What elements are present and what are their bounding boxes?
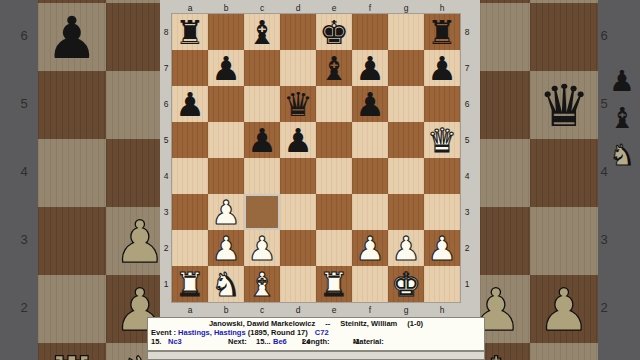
panel-footer	[148, 352, 484, 359]
square-f2: ♟	[352, 230, 388, 266]
square-h8: ♜	[424, 14, 460, 50]
file-labels-bottom: abcdefgh	[172, 305, 460, 315]
bg-rank-label-3: 3	[17, 232, 31, 247]
square-e8: ♚	[316, 14, 352, 50]
rank-label-6: 6	[160, 86, 172, 122]
bg-piece-black-q-h5: ♛	[530, 71, 598, 139]
square-e2	[316, 230, 352, 266]
bg-piece-white-r-a1: ♜	[38, 343, 106, 360]
square-f6: ♟	[352, 86, 388, 122]
piece-white-p-h2: ♟	[424, 230, 460, 266]
bg-square-b6	[106, 3, 160, 71]
square-b8	[208, 14, 244, 50]
square-h6	[424, 86, 460, 122]
file-label-h: h	[424, 3, 460, 13]
event-detail: (1895, Round 17)	[248, 328, 308, 337]
square-g7	[388, 50, 424, 86]
players-separator: --	[325, 319, 330, 328]
square-c8: ♝	[244, 14, 280, 50]
bg-piece-white-p-g2: ♟	[480, 275, 530, 343]
square-a5	[172, 122, 208, 158]
bg-square-h3	[530, 207, 598, 275]
eco-code: C72	[315, 328, 329, 337]
file-label-c: c	[244, 305, 280, 315]
rank-label-2: 2	[160, 230, 172, 266]
bg-rank-label-6: 6	[17, 28, 31, 43]
file-label-b: b	[208, 305, 244, 315]
file-label-d: d	[280, 305, 316, 315]
bg-square-g6	[480, 3, 530, 71]
file-label-f: f	[352, 305, 388, 315]
piece-white-p-g2: ♟	[388, 230, 424, 266]
bg-square-h1	[530, 343, 598, 360]
square-f3	[352, 194, 388, 230]
bg-square-a4	[38, 139, 106, 207]
rank-label-3: 3	[460, 194, 474, 230]
square-b1: ♞	[208, 266, 244, 302]
bg-square-a1: ♜	[38, 343, 106, 360]
square-d8	[280, 14, 316, 50]
piece-black-r-h8: ♜	[424, 14, 460, 50]
square-e7: ♝	[316, 50, 352, 86]
bg-rank-label-4: 4	[17, 164, 31, 179]
file-label-e: e	[316, 305, 352, 315]
square-d6: ♛	[280, 86, 316, 122]
piece-black-q-d6: ♛	[280, 86, 316, 122]
piece-white-b-c1: ♝	[244, 266, 280, 302]
square-f1	[352, 266, 388, 302]
bg-square-a3	[38, 207, 106, 275]
piece-black-p-f6: ♟	[352, 86, 388, 122]
piece-white-r-a1: ♜	[172, 266, 208, 302]
square-a7	[172, 50, 208, 86]
square-c5: ♟	[244, 122, 280, 158]
rank-label-1: 1	[160, 266, 172, 302]
video-frame: ♟♟♟♜♞ 65432 ♛♟♟♚ ♟♝♞ 65432 abcdefgh 8765…	[0, 0, 640, 360]
chess-viewer: abcdefgh 87654321 ♜♝♚♜♟♝♟♟♟♛♟♟♟♛♟♟♟♟♟♟♜♞…	[160, 0, 480, 360]
file-labels-top: abcdefgh	[172, 3, 460, 13]
square-b7: ♟	[208, 50, 244, 86]
piece-black-p-h7: ♟	[424, 50, 460, 86]
bg-rank-label-3: 3	[597, 232, 611, 247]
piece-black-p-c5: ♟	[244, 122, 280, 158]
file-label-g: g	[388, 305, 424, 315]
rank-label-5: 5	[460, 122, 474, 158]
square-g5	[388, 122, 424, 158]
square-a6: ♟	[172, 86, 208, 122]
square-c4	[244, 158, 280, 194]
file-label-a: a	[172, 305, 208, 315]
square-a1: ♜	[172, 266, 208, 302]
square-e5	[316, 122, 352, 158]
square-d5: ♟	[280, 122, 316, 158]
event-label: Event :	[151, 328, 176, 337]
game-result: (1-0)	[407, 319, 423, 328]
bg-square-a5	[38, 71, 106, 139]
bg-square-b4	[106, 139, 160, 207]
rank-label-6: 6	[460, 86, 474, 122]
piece-black-r-a8: ♜	[172, 14, 208, 50]
bg-square-b5	[106, 71, 160, 139]
event-name: Hastings, Hastings	[178, 328, 246, 337]
background-right-squares: ♛♟♟♚	[480, 0, 598, 360]
black-player-name: Steinitz, William	[340, 319, 397, 328]
square-h2: ♟	[424, 230, 460, 266]
rank-label-8: 8	[460, 14, 474, 50]
file-label-b: b	[208, 3, 244, 13]
square-g6	[388, 86, 424, 122]
square-b5	[208, 122, 244, 158]
bg-rank-label-6: 6	[597, 28, 611, 43]
square-a8: ♜	[172, 14, 208, 50]
bg-piece-white-p-b3: ♟	[106, 207, 160, 275]
current-move: Nc3	[168, 337, 182, 346]
square-d7	[280, 50, 316, 86]
bg-square-h5: ♛	[530, 71, 598, 139]
rank-label-7: 7	[460, 50, 474, 86]
file-label-g: g	[388, 3, 424, 13]
file-label-e: e	[316, 3, 352, 13]
bg-piece-black-p-a6: ♟	[38, 3, 106, 71]
square-g4	[388, 158, 424, 194]
move-number: 15.	[151, 337, 161, 346]
rank-labels-right: 87654321	[460, 14, 474, 302]
piece-black-p-b7: ♟	[208, 50, 244, 86]
square-h4	[424, 158, 460, 194]
square-e4	[316, 158, 352, 194]
piece-white-q-h5: ♛	[424, 122, 460, 158]
rank-label-1: 1	[460, 266, 474, 302]
file-label-f: f	[352, 3, 388, 13]
rank-labels-left: 87654321	[160, 14, 172, 302]
bg-rank-label-5: 5	[17, 96, 31, 111]
rank-label-5: 5	[160, 122, 172, 158]
bg-piece-white-k-g1: ♚	[480, 343, 530, 360]
square-d4	[280, 158, 316, 194]
square-c1: ♝	[244, 266, 280, 302]
square-e6	[316, 86, 352, 122]
background-left-squares: ♟♟♟♜♞	[38, 0, 160, 360]
square-c2: ♟	[244, 230, 280, 266]
square-e1: ♜	[316, 266, 352, 302]
bg-square-g3	[480, 207, 530, 275]
background-left-board-closeup: ♟♟♟♜♞ 65432	[0, 0, 160, 360]
next-move: Be6	[273, 337, 287, 346]
piece-black-k-e8: ♚	[316, 14, 352, 50]
square-h7: ♟	[424, 50, 460, 86]
bg-square-h6	[530, 3, 598, 71]
square-a3	[172, 194, 208, 230]
bg-square-g2: ♟	[480, 275, 530, 343]
bg-square-b3: ♟	[106, 207, 160, 275]
background-right-board-closeup: ♛♟♟♚ ♟♝♞ 65432	[480, 0, 640, 360]
rank-label-4: 4	[160, 158, 172, 194]
bg-square-h4	[530, 139, 598, 207]
file-label-d: d	[280, 3, 316, 13]
rank-label-7: 7	[160, 50, 172, 86]
piece-black-p-a6: ♟	[172, 86, 208, 122]
bg-square-g4	[480, 139, 530, 207]
game-info-panel: Janowski, Dawid Markelowicz--Steinitz, W…	[147, 317, 485, 360]
file-label-c: c	[244, 3, 280, 13]
chess-board: ♜♝♚♜♟♝♟♟♟♛♟♟♟♛♟♟♟♟♟♟♜♞♝♜♚	[172, 14, 460, 302]
square-d1	[280, 266, 316, 302]
piece-white-k-g1: ♚	[388, 266, 424, 302]
players-line: Janowski, Dawid Markelowicz--Steinitz, W…	[148, 319, 484, 328]
white-player-name: Janowski, Dawid Markelowicz	[209, 319, 315, 328]
square-b3: ♟	[208, 194, 244, 230]
square-f4	[352, 158, 388, 194]
square-a2	[172, 230, 208, 266]
square-g3	[388, 194, 424, 230]
file-label-h: h	[424, 305, 460, 315]
bg-rank-label-2: 2	[17, 300, 31, 315]
piece-white-p-c2: ♟	[244, 230, 280, 266]
square-c6	[244, 86, 280, 122]
square-b6	[208, 86, 244, 122]
file-label-a: a	[172, 3, 208, 13]
captured-black-p-icon: ♟	[604, 62, 640, 99]
bg-rank-label-2: 2	[597, 300, 611, 315]
bg-square-h2: ♟	[530, 275, 598, 343]
bg-square-g5	[480, 71, 530, 139]
bg-square-g1: ♚	[480, 343, 530, 360]
square-g8	[388, 14, 424, 50]
piece-white-n-b1: ♞	[208, 266, 244, 302]
rank-label-4: 4	[460, 158, 474, 194]
piece-black-b-c8: ♝	[244, 14, 280, 50]
square-a4	[172, 158, 208, 194]
square-b2: ♟	[208, 230, 244, 266]
rank-label-3: 3	[160, 194, 172, 230]
square-b4	[208, 158, 244, 194]
square-c3	[244, 194, 280, 230]
game-info-text: Janowski, Dawid Markelowicz--Steinitz, W…	[148, 318, 484, 349]
event-line: Event : Hastings, Hastings (1895, Round …	[151, 328, 329, 337]
square-d3	[280, 194, 316, 230]
bg-piece-white-p-h2: ♟	[530, 275, 598, 343]
square-h5: ♛	[424, 122, 460, 158]
bg-square-a6: ♟	[38, 3, 106, 71]
square-g1: ♚	[388, 266, 424, 302]
rank-label-2: 2	[460, 230, 474, 266]
rank-label-8: 8	[160, 14, 172, 50]
piece-white-p-b3: ♟	[208, 194, 244, 230]
square-f7: ♟	[352, 50, 388, 86]
next-move-number: 15...	[256, 337, 271, 346]
captured-pieces-tray: ♟♝♞	[604, 62, 640, 173]
square-h1	[424, 266, 460, 302]
square-f5	[352, 122, 388, 158]
piece-white-r-e1: ♜	[316, 266, 352, 302]
bg-rank-label-5: 5	[597, 96, 611, 111]
piece-white-p-f2: ♟	[352, 230, 388, 266]
square-g2: ♟	[388, 230, 424, 266]
square-h3	[424, 194, 460, 230]
piece-white-p-b2: ♟	[208, 230, 244, 266]
bg-rank-label-4: 4	[597, 164, 611, 179]
piece-black-p-f7: ♟	[352, 50, 388, 86]
bg-square-a2	[38, 275, 106, 343]
square-e3	[316, 194, 352, 230]
piece-black-b-e7: ♝	[316, 50, 352, 86]
next-label: Next:	[228, 337, 247, 346]
square-f8	[352, 14, 388, 50]
square-c7	[244, 50, 280, 86]
square-d2	[280, 230, 316, 266]
piece-black-p-d5: ♟	[280, 122, 316, 158]
